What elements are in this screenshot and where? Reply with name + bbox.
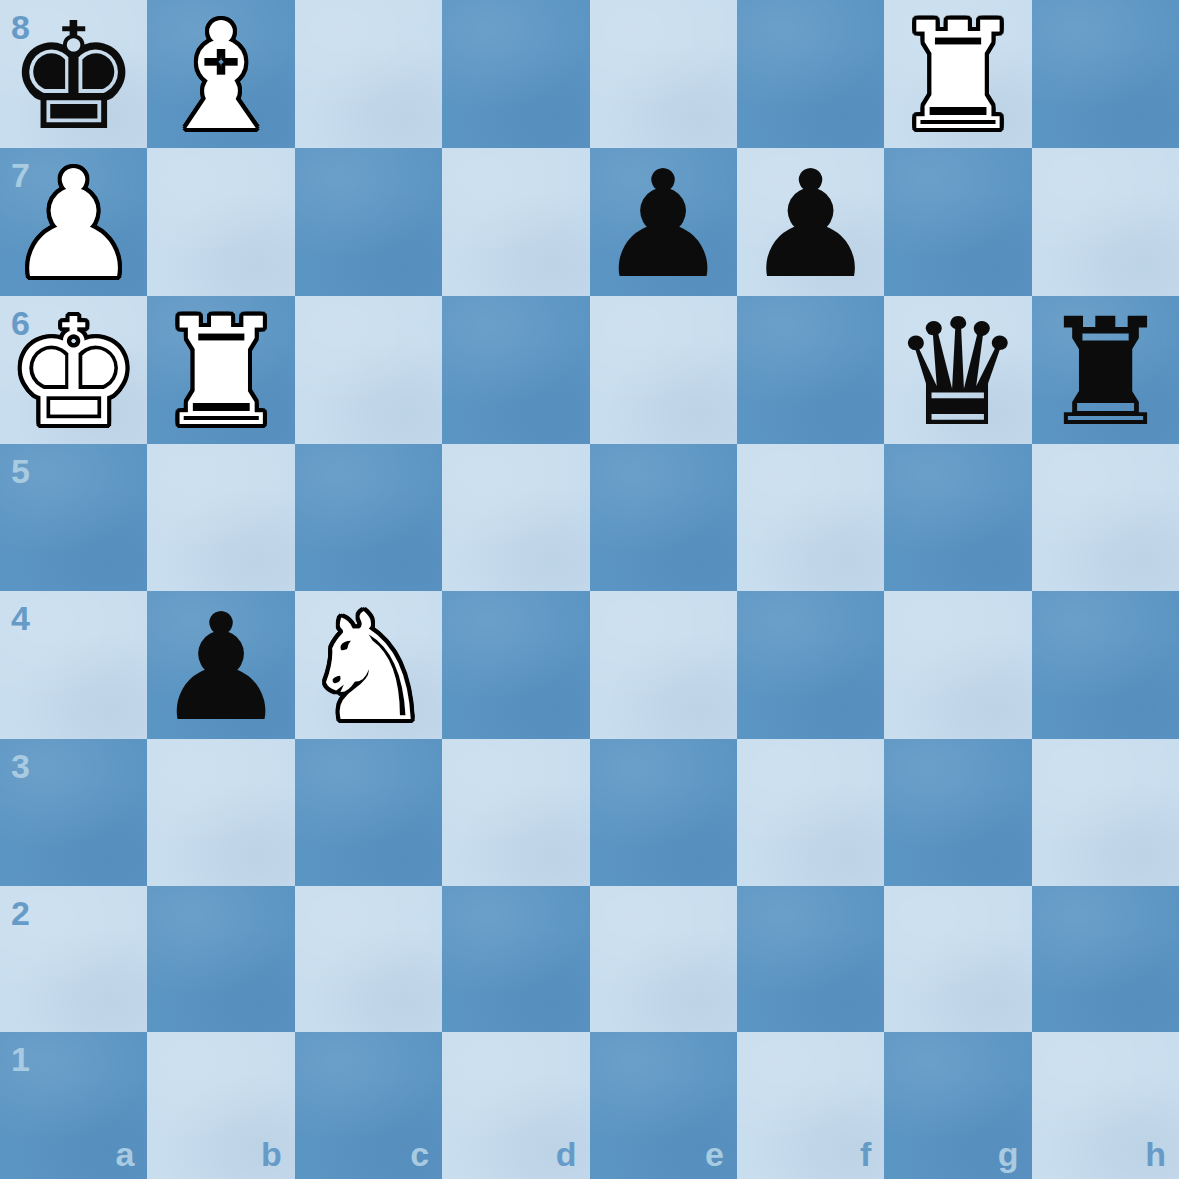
- black-pawn[interactable]: ♟: [597, 151, 730, 299]
- square-d3[interactable]: [442, 739, 589, 886]
- square-d4[interactable]: [442, 591, 589, 739]
- square-c2[interactable]: [295, 886, 442, 1033]
- square-e4[interactable]: [590, 591, 737, 739]
- square-f6[interactable]: [737, 296, 884, 444]
- rank-label-7: 7: [11, 158, 30, 192]
- rank-label-6: 6: [11, 306, 30, 340]
- square-d7[interactable]: [442, 148, 589, 296]
- square-e2[interactable]: [590, 886, 737, 1033]
- square-e1[interactable]: e: [590, 1032, 737, 1179]
- rank-label-4: 4: [11, 601, 30, 635]
- white-rook[interactable]: ♜: [155, 299, 288, 447]
- rank-label-5: 5: [11, 454, 30, 488]
- square-b2[interactable]: [147, 886, 294, 1033]
- square-c5[interactable]: [295, 444, 442, 591]
- square-e3[interactable]: [590, 739, 737, 886]
- square-a7[interactable]: 7♟: [0, 148, 147, 296]
- square-d6[interactable]: [442, 296, 589, 444]
- file-label-f: f: [860, 1137, 871, 1171]
- square-d5[interactable]: [442, 444, 589, 591]
- chess-board: 8♚♝♜7♟♟♟6♚♜♛♜54♟♞321abcdefgh: [0, 0, 1179, 1179]
- square-g5[interactable]: [884, 444, 1031, 591]
- file-label-a: a: [115, 1137, 134, 1171]
- black-rook[interactable]: ♜: [1039, 299, 1172, 447]
- square-a6[interactable]: 6♚: [0, 296, 147, 444]
- square-e6[interactable]: [590, 296, 737, 444]
- square-c3[interactable]: [295, 739, 442, 886]
- square-c4[interactable]: ♞: [295, 591, 442, 739]
- square-g3[interactable]: [884, 739, 1031, 886]
- square-a2[interactable]: 2: [0, 886, 147, 1033]
- square-h7[interactable]: [1032, 148, 1179, 296]
- square-b5[interactable]: [147, 444, 294, 591]
- square-e7[interactable]: ♟: [590, 148, 737, 296]
- black-queen[interactable]: ♛: [892, 299, 1025, 447]
- square-a5[interactable]: 5: [0, 444, 147, 591]
- black-pawn[interactable]: ♟: [744, 151, 877, 299]
- square-a4[interactable]: 4: [0, 591, 147, 739]
- square-f5[interactable]: [737, 444, 884, 591]
- square-a3[interactable]: 3: [0, 739, 147, 886]
- square-d2[interactable]: [442, 886, 589, 1033]
- square-a8[interactable]: 8♚: [0, 0, 147, 148]
- square-f1[interactable]: f: [737, 1032, 884, 1179]
- square-h8[interactable]: [1032, 0, 1179, 148]
- rank-label-3: 3: [11, 749, 30, 783]
- square-f2[interactable]: [737, 886, 884, 1033]
- square-f8[interactable]: [737, 0, 884, 148]
- file-label-d: d: [556, 1137, 577, 1171]
- square-c1[interactable]: c: [295, 1032, 442, 1179]
- square-g6[interactable]: ♛: [884, 296, 1031, 444]
- square-d1[interactable]: d: [442, 1032, 589, 1179]
- square-e5[interactable]: [590, 444, 737, 591]
- square-g4[interactable]: [884, 591, 1031, 739]
- file-label-b: b: [261, 1137, 282, 1171]
- square-h5[interactable]: [1032, 444, 1179, 591]
- square-g8[interactable]: ♜: [884, 0, 1031, 148]
- square-h1[interactable]: h: [1032, 1032, 1179, 1179]
- square-h4[interactable]: [1032, 591, 1179, 739]
- square-e8[interactable]: [590, 0, 737, 148]
- square-f7[interactable]: ♟: [737, 148, 884, 296]
- white-knight[interactable]: ♞: [302, 594, 435, 742]
- square-h2[interactable]: [1032, 886, 1179, 1033]
- file-label-g: g: [998, 1137, 1019, 1171]
- square-f4[interactable]: [737, 591, 884, 739]
- rank-label-1: 1: [11, 1042, 30, 1076]
- square-b6[interactable]: ♜: [147, 296, 294, 444]
- white-bishop[interactable]: ♝: [155, 3, 288, 151]
- square-h6[interactable]: ♜: [1032, 296, 1179, 444]
- square-g2[interactable]: [884, 886, 1031, 1033]
- square-g7[interactable]: [884, 148, 1031, 296]
- square-c8[interactable]: [295, 0, 442, 148]
- square-g1[interactable]: g: [884, 1032, 1031, 1179]
- file-label-c: c: [410, 1137, 429, 1171]
- square-d8[interactable]: [442, 0, 589, 148]
- rank-label-2: 2: [11, 896, 30, 930]
- black-pawn[interactable]: ♟: [155, 594, 288, 742]
- file-label-h: h: [1145, 1137, 1166, 1171]
- square-b3[interactable]: [147, 739, 294, 886]
- square-b7[interactable]: [147, 148, 294, 296]
- white-rook[interactable]: ♜: [892, 3, 1025, 151]
- file-label-e: e: [705, 1137, 724, 1171]
- square-b4[interactable]: ♟: [147, 591, 294, 739]
- square-b1[interactable]: b: [147, 1032, 294, 1179]
- square-c6[interactable]: [295, 296, 442, 444]
- square-c7[interactable]: [295, 148, 442, 296]
- square-f3[interactable]: [737, 739, 884, 886]
- square-b8[interactable]: ♝: [147, 0, 294, 148]
- square-a1[interactable]: 1a: [0, 1032, 147, 1179]
- rank-label-8: 8: [11, 10, 30, 44]
- square-h3[interactable]: [1032, 739, 1179, 886]
